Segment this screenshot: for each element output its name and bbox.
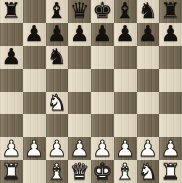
black-pawn-piece-icon[interactable]: ♟ [2, 46, 22, 68]
square-f5[interactable] [114, 69, 137, 92]
square-e1[interactable]: ♚ [91, 160, 114, 183]
white-bishop-piece-icon[interactable]: ♝ [47, 160, 67, 182]
black-bishop-piece-icon[interactable]: ♝ [115, 0, 135, 22]
square-a2[interactable]: ♟ [0, 137, 23, 160]
square-h6[interactable] [159, 46, 182, 69]
white-pawn-piece-icon[interactable]: ♟ [2, 137, 22, 159]
square-e2[interactable]: ♟ [91, 137, 114, 160]
square-e6[interactable] [91, 46, 114, 69]
black-king-piece-icon[interactable]: ♚ [93, 0, 113, 22]
black-rook-piece-icon[interactable]: ♜ [2, 0, 22, 22]
square-f2[interactable]: ♟ [114, 137, 137, 160]
square-g3[interactable] [137, 114, 160, 137]
square-d8[interactable]: ♛ [68, 0, 91, 23]
square-h7[interactable]: ♟ [159, 23, 182, 46]
chess-board: ♜♝♛♚♝♞♜♟♟♟♟♟♟♟♟♞♞♟♟♟♟♟♟♟♟♜♝♛♚♝♞♜ [0, 0, 182, 183]
square-d3[interactable] [68, 114, 91, 137]
square-h3[interactable] [159, 114, 182, 137]
black-pawn-piece-icon[interactable]: ♟ [47, 23, 67, 45]
square-d1[interactable]: ♛ [68, 160, 91, 183]
square-g2[interactable]: ♟ [137, 137, 160, 160]
square-g5[interactable] [137, 69, 160, 92]
square-c2[interactable]: ♟ [46, 137, 69, 160]
square-c7[interactable]: ♟ [46, 23, 69, 46]
black-pawn-piece-icon[interactable]: ♟ [70, 23, 90, 45]
black-rook-piece-icon[interactable]: ♜ [161, 0, 181, 22]
square-f4[interactable] [114, 92, 137, 115]
square-h2[interactable]: ♟ [159, 137, 182, 160]
white-knight-piece-icon[interactable]: ♞ [47, 91, 67, 113]
square-d7[interactable]: ♟ [68, 23, 91, 46]
square-a6[interactable]: ♟ [0, 46, 23, 69]
white-king-piece-icon[interactable]: ♚ [93, 160, 113, 182]
square-b3[interactable] [23, 114, 46, 137]
square-d4[interactable] [68, 92, 91, 115]
white-rook-piece-icon[interactable]: ♜ [2, 160, 22, 182]
square-a8[interactable]: ♜ [0, 0, 23, 23]
white-bishop-piece-icon[interactable]: ♝ [115, 160, 135, 182]
square-c6[interactable]: ♞ [46, 46, 69, 69]
black-knight-piece-icon[interactable]: ♞ [47, 46, 67, 68]
square-a3[interactable] [0, 114, 23, 137]
square-b8[interactable] [23, 0, 46, 23]
square-h1[interactable]: ♜ [159, 160, 182, 183]
black-pawn-piece-icon[interactable]: ♟ [138, 23, 158, 45]
square-c1[interactable]: ♝ [46, 160, 69, 183]
black-pawn-piece-icon[interactable]: ♟ [24, 23, 44, 45]
square-f8[interactable]: ♝ [114, 0, 137, 23]
white-queen-piece-icon[interactable]: ♛ [70, 160, 90, 182]
square-e8[interactable]: ♚ [91, 0, 114, 23]
square-c3[interactable] [46, 114, 69, 137]
square-d2[interactable]: ♟ [68, 137, 91, 160]
white-pawn-piece-icon[interactable]: ♟ [24, 137, 44, 159]
black-pawn-piece-icon[interactable]: ♟ [93, 23, 113, 45]
square-a7[interactable] [0, 23, 23, 46]
square-b5[interactable] [23, 69, 46, 92]
square-b6[interactable] [23, 46, 46, 69]
square-g8[interactable]: ♞ [137, 0, 160, 23]
white-pawn-piece-icon[interactable]: ♟ [47, 137, 67, 159]
white-pawn-piece-icon[interactable]: ♟ [161, 137, 181, 159]
black-bishop-piece-icon[interactable]: ♝ [47, 0, 67, 22]
chess-board-window: ♜♝♛♚♝♞♜♟♟♟♟♟♟♟♟♞♞♟♟♟♟♟♟♟♟♜♝♛♚♝♞♜ [0, 0, 182, 183]
square-d5[interactable] [68, 69, 91, 92]
black-pawn-piece-icon[interactable]: ♟ [161, 23, 181, 45]
square-g4[interactable] [137, 92, 160, 115]
square-e7[interactable]: ♟ [91, 23, 114, 46]
square-c4[interactable]: ♞ [46, 92, 69, 115]
square-c5[interactable] [46, 69, 69, 92]
square-b1[interactable] [23, 160, 46, 183]
square-b2[interactable]: ♟ [23, 137, 46, 160]
square-e5[interactable] [91, 69, 114, 92]
square-d6[interactable] [68, 46, 91, 69]
white-pawn-piece-icon[interactable]: ♟ [138, 137, 158, 159]
square-h4[interactable] [159, 92, 182, 115]
white-rook-piece-icon[interactable]: ♜ [161, 160, 181, 182]
square-c8[interactable]: ♝ [46, 0, 69, 23]
square-g1[interactable]: ♞ [137, 160, 160, 183]
white-pawn-piece-icon[interactable]: ♟ [93, 137, 113, 159]
square-f3[interactable] [114, 114, 137, 137]
square-h8[interactable]: ♜ [159, 0, 182, 23]
square-e4[interactable] [91, 92, 114, 115]
square-a5[interactable] [0, 69, 23, 92]
white-pawn-piece-icon[interactable]: ♟ [70, 137, 90, 159]
square-g6[interactable] [137, 46, 160, 69]
black-pawn-piece-icon[interactable]: ♟ [115, 23, 135, 45]
white-knight-piece-icon[interactable]: ♞ [138, 160, 158, 182]
white-pawn-piece-icon[interactable]: ♟ [115, 137, 135, 159]
square-b7[interactable]: ♟ [23, 23, 46, 46]
square-f6[interactable] [114, 46, 137, 69]
square-a4[interactable] [0, 92, 23, 115]
square-g7[interactable]: ♟ [137, 23, 160, 46]
square-f1[interactable]: ♝ [114, 160, 137, 183]
square-b4[interactable] [23, 92, 46, 115]
black-queen-piece-icon[interactable]: ♛ [70, 0, 90, 22]
square-h5[interactable] [159, 69, 182, 92]
square-f7[interactable]: ♟ [114, 23, 137, 46]
square-a1[interactable]: ♜ [0, 160, 23, 183]
square-e3[interactable] [91, 114, 114, 137]
black-knight-piece-icon[interactable]: ♞ [138, 0, 158, 22]
